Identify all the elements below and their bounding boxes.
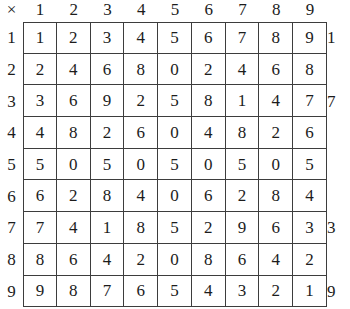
cell-r1c6: 6 (192, 22, 226, 54)
cell-r8c8: 4 (259, 244, 293, 276)
cell-r9c7: 3 (226, 276, 260, 308)
cell-r9c3: 7 (91, 276, 125, 308)
cell-r5c1: 5 (23, 149, 57, 181)
cell-r9c1: 9 (23, 276, 57, 308)
cell-r1c9: 9 (293, 22, 327, 54)
cell-r8c9: 2 (293, 244, 327, 276)
cell-r1c2: 2 (57, 22, 91, 54)
operator-symbol: × (0, 0, 23, 22)
col-header-6: 6 (192, 0, 226, 22)
cell-r3c3: 9 (91, 85, 125, 117)
inverse-label-row-4 (327, 117, 336, 149)
cell-r5c7: 5 (226, 149, 260, 181)
cell-r8c7: 6 (226, 244, 260, 276)
inverse-label-row-8 (327, 244, 336, 276)
cell-r7c6: 2 (192, 212, 226, 244)
inverse-label-row-5 (327, 149, 336, 181)
multiplication-table-diagram: ×123456789112345678912246802468336925814… (0, 0, 350, 309)
inverse-label-row-1: 1 (327, 22, 336, 54)
cell-r7c7: 9 (226, 212, 260, 244)
row-header-5: 5 (0, 149, 23, 181)
col-header-3: 3 (91, 0, 125, 22)
row-header-1: 1 (0, 22, 23, 54)
cell-r1c7: 7 (226, 22, 260, 54)
cell-r7c2: 4 (57, 212, 91, 244)
cell-r2c5: 0 (158, 54, 192, 86)
cell-r7c9: 3 (293, 212, 327, 244)
cell-r7c1: 7 (23, 212, 57, 244)
row-header-8: 8 (0, 244, 23, 276)
cell-r9c2: 8 (57, 276, 91, 308)
col-header-7: 7 (226, 0, 260, 22)
cell-r6c4: 4 (124, 180, 158, 212)
cell-r8c5: 0 (158, 244, 192, 276)
inverse-label-row-3: 7 (327, 85, 336, 117)
cell-r9c8: 2 (259, 276, 293, 308)
row-header-4: 4 (0, 117, 23, 149)
row-header-9: 9 (0, 276, 23, 308)
cell-r4c3: 2 (91, 117, 125, 149)
cell-r6c8: 8 (259, 180, 293, 212)
row-header-6: 6 (0, 180, 23, 212)
cell-r6c5: 0 (158, 180, 192, 212)
inverse-label-row-2 (327, 54, 336, 86)
cell-r7c5: 5 (158, 212, 192, 244)
cell-r8c3: 4 (91, 244, 125, 276)
cell-r3c1: 3 (23, 85, 57, 117)
cell-r5c9: 5 (293, 149, 327, 181)
cell-r4c8: 2 (259, 117, 293, 149)
cell-r5c5: 5 (158, 149, 192, 181)
inverse-label-row-6 (327, 180, 336, 212)
cell-r2c7: 4 (226, 54, 260, 86)
board: ×123456789112345678912246802468336925814… (0, 0, 335, 307)
cell-r5c3: 5 (91, 149, 125, 181)
cell-r8c2: 6 (57, 244, 91, 276)
cell-r4c4: 6 (124, 117, 158, 149)
cell-r1c3: 3 (91, 22, 125, 54)
col-header-2: 2 (57, 0, 91, 22)
cell-r3c2: 6 (57, 85, 91, 117)
cell-r5c4: 0 (124, 149, 158, 181)
cell-r9c9: 1 (293, 276, 327, 308)
cell-r6c6: 6 (192, 180, 226, 212)
cell-r6c3: 8 (91, 180, 125, 212)
cell-r4c9: 6 (293, 117, 327, 149)
cell-r3c5: 5 (158, 85, 192, 117)
cell-r1c8: 8 (259, 22, 293, 54)
cell-r2c8: 6 (259, 54, 293, 86)
cell-r4c7: 8 (226, 117, 260, 149)
cell-r1c4: 4 (124, 22, 158, 54)
cell-r7c8: 6 (259, 212, 293, 244)
cell-r2c2: 4 (57, 54, 91, 86)
top-right-spacer (327, 0, 336, 22)
cell-r1c5: 5 (158, 22, 192, 54)
col-header-1: 1 (23, 0, 57, 22)
cell-r5c6: 0 (192, 149, 226, 181)
cell-r7c3: 1 (91, 212, 125, 244)
cell-r5c8: 0 (259, 149, 293, 181)
cell-r4c1: 4 (23, 117, 57, 149)
cell-r9c6: 4 (192, 276, 226, 308)
inverse-label-row-9: 9 (327, 276, 336, 308)
col-header-8: 8 (259, 0, 293, 22)
cell-r6c7: 2 (226, 180, 260, 212)
cell-r9c5: 5 (158, 276, 192, 308)
row-header-2: 2 (0, 54, 23, 86)
cell-r6c2: 2 (57, 180, 91, 212)
cell-r9c4: 6 (124, 276, 158, 308)
col-header-5: 5 (158, 0, 192, 22)
cell-r2c6: 2 (192, 54, 226, 86)
cell-r8c1: 8 (23, 244, 57, 276)
col-header-4: 4 (124, 0, 158, 22)
cell-r6c9: 4 (293, 180, 327, 212)
cell-r4c6: 4 (192, 117, 226, 149)
col-header-9: 9 (293, 0, 327, 22)
cell-r3c8: 4 (259, 85, 293, 117)
cell-r3c7: 1 (226, 85, 260, 117)
row-header-3: 3 (0, 85, 23, 117)
inverse-label-row-7: 3 (327, 212, 336, 244)
cell-r2c1: 2 (23, 54, 57, 86)
cell-r7c4: 8 (124, 212, 158, 244)
cell-r3c4: 2 (124, 85, 158, 117)
cell-r3c6: 8 (192, 85, 226, 117)
cell-r1c1: 1 (23, 22, 57, 54)
cell-r2c9: 8 (293, 54, 327, 86)
cell-r4c5: 0 (158, 117, 192, 149)
cell-r8c6: 8 (192, 244, 226, 276)
cell-r3c9: 7 (293, 85, 327, 117)
cell-r6c1: 6 (23, 180, 57, 212)
cell-r4c2: 8 (57, 117, 91, 149)
cell-r5c2: 0 (57, 149, 91, 181)
cell-r2c4: 8 (124, 54, 158, 86)
cell-r8c4: 2 (124, 244, 158, 276)
cell-r2c3: 6 (91, 54, 125, 86)
row-header-7: 7 (0, 212, 23, 244)
